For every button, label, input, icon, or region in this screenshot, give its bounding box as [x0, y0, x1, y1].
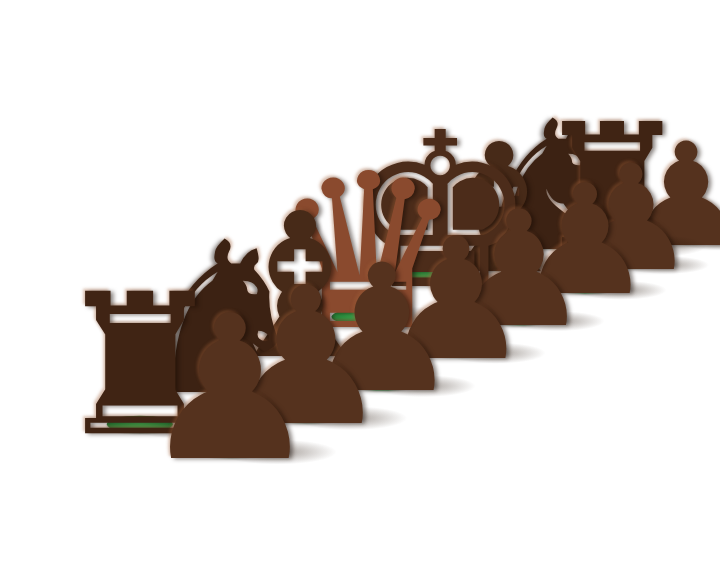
chess-set-photo: ♜♞♝♛♚♝♞♜♟♟♟♟♟♟♟♟ [0, 0, 720, 576]
black-pawn-glyph: ♟ [140, 289, 319, 489]
pieces-layer: ♜♞♝♛♚♝♞♜♟♟♟♟♟♟♟♟ [0, 0, 720, 576]
